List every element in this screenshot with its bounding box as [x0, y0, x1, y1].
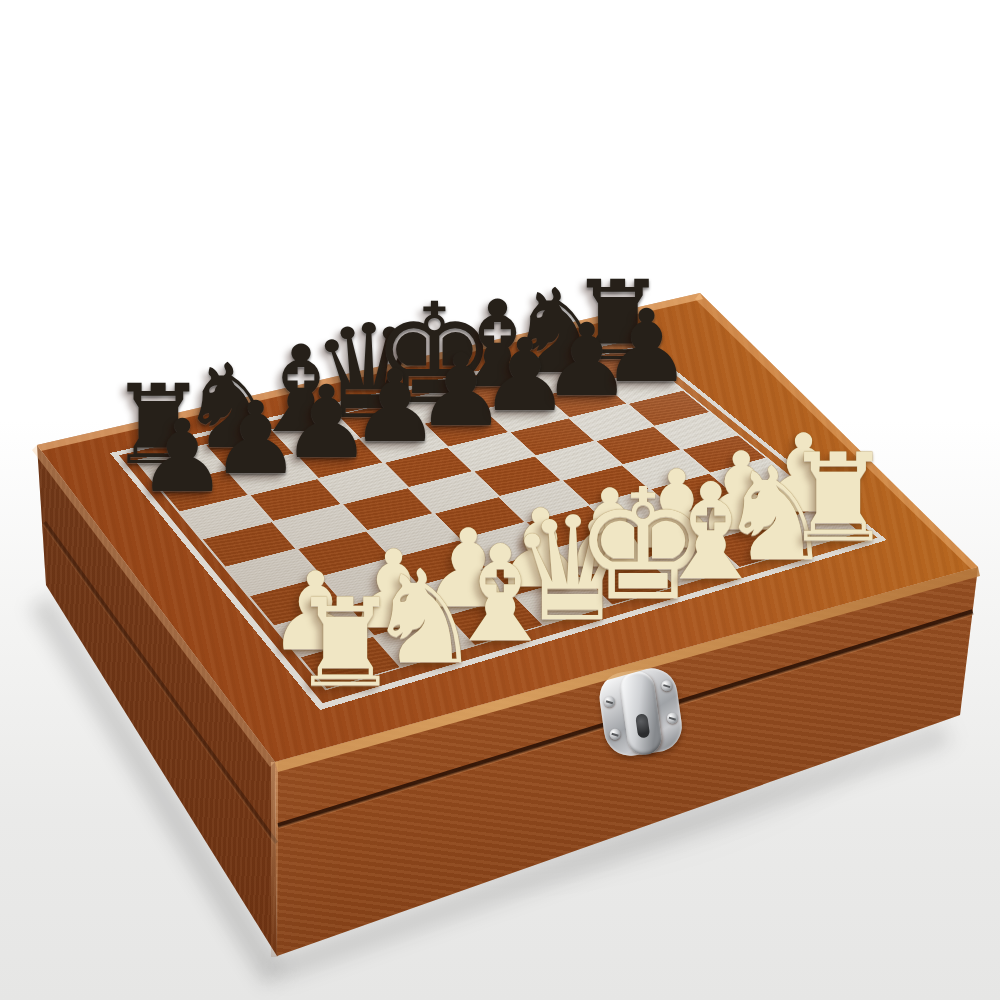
- clasp: [594, 663, 688, 766]
- box-front-corner-edge: [271, 762, 278, 957]
- scene: ♜♞♝♛♚♝♞♜♟♟♟♟♟♟♟♟♟♟♟♟♟♟♟♟♜♞♝♛♚♝♞♜: [0, 0, 1000, 1000]
